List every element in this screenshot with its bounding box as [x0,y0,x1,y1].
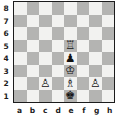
rank-label-4: 4 [0,53,12,66]
square-d4[interactable] [52,52,65,65]
square-h7[interactable] [102,15,115,28]
rank-label-5: 5 [0,40,12,53]
square-d1[interactable] [52,90,65,103]
square-h2[interactable] [102,77,115,90]
square-g4[interactable] [89,52,102,65]
file-label-c: c [39,104,52,117]
square-f5[interactable] [77,40,90,53]
square-e1[interactable]: ♚ [64,90,77,103]
square-a8[interactable] [14,2,27,15]
square-b6[interactable] [27,27,40,40]
white-pawn: ♙ [90,77,100,89]
square-c5[interactable] [39,40,52,53]
square-c8[interactable] [39,2,52,15]
rank-label-3: 3 [0,65,12,78]
rank-label-7: 7 [0,15,12,28]
square-d2[interactable] [52,77,65,90]
square-e8[interactable] [64,2,77,15]
square-g7[interactable] [89,15,102,28]
rank-label-1: 1 [0,90,12,103]
square-d5[interactable] [52,40,65,53]
square-f1[interactable] [77,90,90,103]
square-d3[interactable] [52,65,65,78]
square-c2[interactable]: ♙ [39,77,52,90]
square-c3[interactable] [39,65,52,78]
square-g5[interactable] [89,40,102,53]
square-c4[interactable] [39,52,52,65]
square-b3[interactable] [27,65,40,78]
white-king: ♔ [65,65,75,77]
square-a5[interactable] [14,40,27,53]
rank-label-2: 2 [0,78,12,91]
chess-board: ♖♟♔♙♗♙♚ [13,1,115,103]
square-c6[interactable] [39,27,52,40]
square-b1[interactable] [27,90,40,103]
file-label-b: b [26,104,39,117]
square-h1[interactable] [102,90,115,103]
square-b5[interactable] [27,40,40,53]
square-h6[interactable] [102,27,115,40]
square-b7[interactable] [27,15,40,28]
black-king: ♚ [65,90,75,102]
rank-label-8: 8 [0,3,12,16]
square-d8[interactable] [52,2,65,15]
square-g1[interactable] [89,90,102,103]
square-e6[interactable] [64,27,77,40]
white-rook: ♖ [65,40,75,52]
square-b2[interactable] [27,77,40,90]
square-d6[interactable] [52,27,65,40]
square-a6[interactable] [14,27,27,40]
file-label-g: g [90,104,103,117]
square-b8[interactable] [27,2,40,15]
chess-diagram: 87654321 ♖♟♔♙♗♙♚ abcdefgh [0,0,118,118]
square-f2[interactable] [77,77,90,90]
rank-labels: 87654321 [0,3,12,103]
square-e7[interactable] [64,15,77,28]
file-labels: abcdefgh [13,104,116,117]
file-label-e: e [65,104,78,117]
black-pawn: ♟ [65,52,75,64]
square-h4[interactable] [102,52,115,65]
file-label-d: d [52,104,65,117]
square-e2[interactable]: ♗ [64,77,77,90]
white-pawn: ♙ [40,77,50,89]
square-g8[interactable] [89,2,102,15]
square-h5[interactable] [102,40,115,53]
square-g2[interactable]: ♙ [89,77,102,90]
square-a1[interactable] [14,90,27,103]
rank-label-6: 6 [0,28,12,41]
square-b4[interactable] [27,52,40,65]
square-f4[interactable] [77,52,90,65]
white-bishop: ♗ [65,77,75,89]
square-e4[interactable]: ♟ [64,52,77,65]
square-h3[interactable] [102,65,115,78]
square-g3[interactable] [89,65,102,78]
square-c7[interactable] [39,15,52,28]
square-h8[interactable] [102,2,115,15]
square-e3[interactable]: ♔ [64,65,77,78]
square-c1[interactable] [39,90,52,103]
square-a3[interactable] [14,65,27,78]
square-d7[interactable] [52,15,65,28]
square-f3[interactable] [77,65,90,78]
square-a2[interactable] [14,77,27,90]
square-f6[interactable] [77,27,90,40]
file-label-f: f [77,104,90,117]
square-e5[interactable]: ♖ [64,40,77,53]
square-g6[interactable] [89,27,102,40]
square-a7[interactable] [14,15,27,28]
square-a4[interactable] [14,52,27,65]
square-f7[interactable] [77,15,90,28]
file-label-h: h [103,104,116,117]
file-label-a: a [13,104,26,117]
square-f8[interactable] [77,2,90,15]
